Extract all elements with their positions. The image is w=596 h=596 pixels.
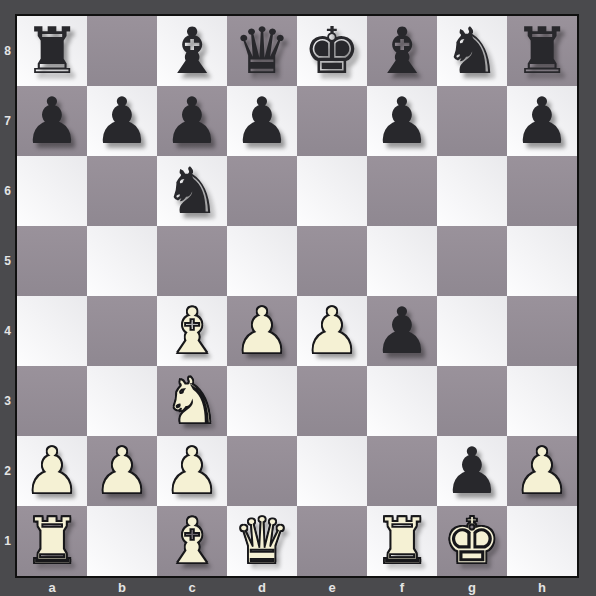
piece-black-pawn-h7[interactable]: ♟ — [513, 86, 570, 156]
square-d6[interactable] — [227, 156, 297, 226]
square-f5[interactable] — [367, 226, 437, 296]
square-d3[interactable] — [227, 366, 297, 436]
square-f1[interactable]: ♜ — [367, 506, 437, 576]
rank-label-1: 1 — [0, 506, 15, 576]
square-c4[interactable]: ♝ — [157, 296, 227, 366]
rank-label-3: 3 — [0, 366, 15, 436]
piece-white-pawn-d4[interactable]: ♟ — [233, 296, 290, 366]
piece-black-bishop-c8[interactable]: ♝ — [163, 16, 220, 86]
square-g2[interactable]: ♟ — [437, 436, 507, 506]
piece-white-bishop-c4[interactable]: ♝ — [163, 296, 220, 366]
square-a5[interactable] — [17, 226, 87, 296]
piece-black-pawn-a7[interactable]: ♟ — [23, 86, 80, 156]
file-label-d: d — [227, 579, 297, 596]
rank-label-4: 4 — [0, 296, 15, 366]
square-h3[interactable] — [507, 366, 577, 436]
file-label-b: b — [87, 579, 157, 596]
square-g8[interactable]: ♞ — [437, 16, 507, 86]
piece-white-queen-d1[interactable]: ♛ — [233, 506, 290, 576]
piece-black-pawn-f7[interactable]: ♟ — [373, 86, 430, 156]
piece-black-pawn-c7[interactable]: ♟ — [163, 86, 220, 156]
square-e1[interactable] — [297, 506, 367, 576]
square-b2[interactable]: ♟ — [87, 436, 157, 506]
piece-black-pawn-g2[interactable]: ♟ — [443, 436, 500, 506]
square-d4[interactable]: ♟ — [227, 296, 297, 366]
piece-black-pawn-b7[interactable]: ♟ — [93, 86, 150, 156]
square-d2[interactable] — [227, 436, 297, 506]
piece-white-pawn-c2[interactable]: ♟ — [163, 436, 220, 506]
square-e6[interactable] — [297, 156, 367, 226]
rank-label-6: 6 — [0, 156, 15, 226]
rank-labels: 87654321 — [0, 16, 15, 576]
square-a8[interactable]: ♜ — [17, 16, 87, 86]
file-label-g: g — [437, 579, 507, 596]
square-g4[interactable] — [437, 296, 507, 366]
square-a1[interactable]: ♜ — [17, 506, 87, 576]
piece-white-knight-c3[interactable]: ♞ — [163, 366, 220, 436]
square-e7[interactable] — [297, 86, 367, 156]
square-h1[interactable] — [507, 506, 577, 576]
square-b3[interactable] — [87, 366, 157, 436]
square-b8[interactable] — [87, 16, 157, 86]
square-b4[interactable] — [87, 296, 157, 366]
square-h5[interactable] — [507, 226, 577, 296]
square-f4[interactable]: ♟ — [367, 296, 437, 366]
piece-white-rook-f1[interactable]: ♜ — [373, 506, 430, 576]
piece-black-queen-d8[interactable]: ♛ — [233, 16, 290, 86]
square-f3[interactable] — [367, 366, 437, 436]
piece-black-bishop-f8[interactable]: ♝ — [373, 16, 430, 86]
square-a6[interactable] — [17, 156, 87, 226]
chess-board-frame: 87654321 ♜♝♛♚♝♞♜♟♟♟♟♟♟♞♝♟♟♟♞♟♟♟♟♟♜♝♛♜♚ a… — [0, 0, 596, 596]
square-e4[interactable]: ♟ — [297, 296, 367, 366]
file-label-f: f — [367, 579, 437, 596]
square-e5[interactable] — [297, 226, 367, 296]
square-h6[interactable] — [507, 156, 577, 226]
square-d5[interactable] — [227, 226, 297, 296]
piece-white-pawn-h2[interactable]: ♟ — [513, 436, 570, 506]
square-a2[interactable]: ♟ — [17, 436, 87, 506]
square-c6[interactable]: ♞ — [157, 156, 227, 226]
file-label-h: h — [507, 579, 577, 596]
square-b6[interactable] — [87, 156, 157, 226]
square-b7[interactable]: ♟ — [87, 86, 157, 156]
square-h7[interactable]: ♟ — [507, 86, 577, 156]
square-f7[interactable]: ♟ — [367, 86, 437, 156]
piece-white-pawn-e4[interactable]: ♟ — [303, 296, 360, 366]
square-c2[interactable]: ♟ — [157, 436, 227, 506]
square-g6[interactable] — [437, 156, 507, 226]
piece-white-pawn-a2[interactable]: ♟ — [23, 436, 80, 506]
chess-board: ♜♝♛♚♝♞♜♟♟♟♟♟♟♞♝♟♟♟♞♟♟♟♟♟♜♝♛♜♚ — [15, 14, 579, 578]
piece-white-bishop-c1[interactable]: ♝ — [163, 506, 220, 576]
piece-white-pawn-b2[interactable]: ♟ — [93, 436, 150, 506]
piece-black-knight-g8[interactable]: ♞ — [443, 16, 500, 86]
rank-label-5: 5 — [0, 226, 15, 296]
piece-black-knight-c6[interactable]: ♞ — [163, 156, 220, 226]
square-b1[interactable] — [87, 506, 157, 576]
square-e3[interactable] — [297, 366, 367, 436]
square-e8[interactable]: ♚ — [297, 16, 367, 86]
square-c7[interactable]: ♟ — [157, 86, 227, 156]
square-g1[interactable]: ♚ — [437, 506, 507, 576]
square-a4[interactable] — [17, 296, 87, 366]
square-g3[interactable] — [437, 366, 507, 436]
square-d1[interactable]: ♛ — [227, 506, 297, 576]
file-label-e: e — [297, 579, 367, 596]
piece-white-rook-a1[interactable]: ♜ — [23, 506, 80, 576]
square-h2[interactable]: ♟ — [507, 436, 577, 506]
file-label-a: a — [17, 579, 87, 596]
piece-black-rook-a8[interactable]: ♜ — [23, 16, 80, 86]
piece-black-rook-h8[interactable]: ♜ — [513, 16, 570, 86]
square-g7[interactable] — [437, 86, 507, 156]
piece-black-king-e8[interactable]: ♚ — [303, 16, 360, 86]
file-labels: abcdefgh — [17, 579, 577, 596]
piece-white-king-g1[interactable]: ♚ — [443, 506, 500, 576]
square-h8[interactable]: ♜ — [507, 16, 577, 86]
piece-black-pawn-d7[interactable]: ♟ — [233, 86, 290, 156]
square-c1[interactable]: ♝ — [157, 506, 227, 576]
square-b5[interactable] — [87, 226, 157, 296]
square-c5[interactable] — [157, 226, 227, 296]
square-d8[interactable]: ♛ — [227, 16, 297, 86]
square-f6[interactable] — [367, 156, 437, 226]
square-a3[interactable] — [17, 366, 87, 436]
rank-label-8: 8 — [0, 16, 15, 86]
square-c8[interactable]: ♝ — [157, 16, 227, 86]
square-g5[interactable] — [437, 226, 507, 296]
square-f2[interactable] — [367, 436, 437, 506]
rank-label-2: 2 — [0, 436, 15, 506]
square-f8[interactable]: ♝ — [367, 16, 437, 86]
square-c3[interactable]: ♞ — [157, 366, 227, 436]
piece-black-pawn-f4[interactable]: ♟ — [373, 296, 430, 366]
square-d7[interactable]: ♟ — [227, 86, 297, 156]
file-label-c: c — [157, 579, 227, 596]
square-a7[interactable]: ♟ — [17, 86, 87, 156]
rank-label-7: 7 — [0, 86, 15, 156]
square-e2[interactable] — [297, 436, 367, 506]
square-h4[interactable] — [507, 296, 577, 366]
